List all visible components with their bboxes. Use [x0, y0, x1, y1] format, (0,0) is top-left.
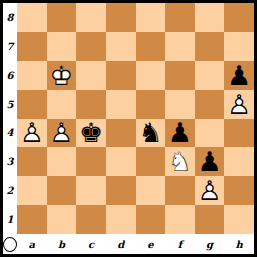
square-c6[interactable]	[76, 61, 106, 90]
black-pawn-f4[interactable]: ♟	[165, 119, 195, 148]
white-pawn-outline: ♙	[195, 176, 225, 205]
square-a1[interactable]	[17, 205, 47, 234]
black-pawn-h6[interactable]: ♟	[224, 61, 254, 90]
file-label-g: g	[195, 234, 225, 254]
white-king-b6[interactable]: ♚♔	[47, 61, 77, 90]
square-h1[interactable]	[224, 205, 254, 234]
file-label-h: h	[224, 234, 254, 254]
black-pawn-glyph: ♟	[195, 147, 225, 176]
white-king-outline: ♔	[47, 61, 77, 90]
rank-label-2: 2	[3, 176, 17, 205]
square-b1[interactable]	[47, 205, 77, 234]
square-f8[interactable]	[165, 3, 195, 32]
square-d6[interactable]	[106, 61, 136, 90]
square-b2[interactable]	[47, 176, 77, 205]
chess-board: ♚♔♟♟♙♟♙♟♙♚♞♟♞♘♟♟♙	[17, 3, 254, 234]
square-e1[interactable]	[136, 205, 166, 234]
file-label-b: b	[47, 234, 77, 254]
black-king-c4[interactable]: ♚	[76, 119, 106, 148]
square-c8[interactable]	[76, 3, 106, 32]
square-h4[interactable]	[224, 119, 254, 148]
black-knight-glyph: ♞	[136, 119, 166, 148]
file-label-f: f	[165, 234, 195, 254]
square-e2[interactable]	[136, 176, 166, 205]
square-f1[interactable]	[165, 205, 195, 234]
black-knight-e4[interactable]: ♞	[136, 119, 166, 148]
white-pawn-a4[interactable]: ♟♙	[17, 119, 47, 148]
white-pawn-h5[interactable]: ♟♙	[224, 90, 254, 119]
square-h3[interactable]	[224, 147, 254, 176]
square-d1[interactable]	[106, 205, 136, 234]
square-d8[interactable]	[106, 3, 136, 32]
square-g6[interactable]	[195, 61, 225, 90]
square-d4[interactable]	[106, 119, 136, 148]
rank-label-7: 7	[3, 32, 17, 61]
square-d7[interactable]	[106, 32, 136, 61]
square-f5[interactable]	[165, 90, 195, 119]
square-g8[interactable]	[195, 3, 225, 32]
square-c1[interactable]	[76, 205, 106, 234]
square-c5[interactable]	[76, 90, 106, 119]
chess-diagram: 87654321 ♚♔♟♟♙♟♙♟♙♚♞♟♞♘♟♟♙ abcdefgh	[0, 0, 257, 257]
square-c3[interactable]	[76, 147, 106, 176]
square-e5[interactable]	[136, 90, 166, 119]
square-g2[interactable]: ♟♙	[195, 176, 225, 205]
square-e7[interactable]	[136, 32, 166, 61]
rank-labels: 87654321	[3, 3, 17, 234]
square-f7[interactable]	[165, 32, 195, 61]
square-d5[interactable]	[106, 90, 136, 119]
white-knight-outline: ♘	[165, 147, 195, 176]
white-pawn-g2[interactable]: ♟♙	[195, 176, 225, 205]
file-labels: abcdefgh	[17, 234, 254, 254]
square-a7[interactable]	[17, 32, 47, 61]
square-e8[interactable]	[136, 3, 166, 32]
rank-label-6: 6	[3, 61, 17, 90]
square-f3[interactable]: ♞♘	[165, 147, 195, 176]
square-a5[interactable]	[17, 90, 47, 119]
square-h2[interactable]	[224, 176, 254, 205]
file-label-c: c	[76, 234, 106, 254]
square-a2[interactable]	[17, 176, 47, 205]
square-h6[interactable]: ♟	[224, 61, 254, 90]
rank-label-8: 8	[3, 3, 17, 32]
rank-label-4: 4	[3, 119, 17, 148]
square-a4[interactable]: ♟♙	[17, 119, 47, 148]
square-e3[interactable]	[136, 147, 166, 176]
white-to-move-circle-icon	[3, 237, 17, 252]
square-b4[interactable]: ♟♙	[47, 119, 77, 148]
square-a8[interactable]	[17, 3, 47, 32]
black-king-glyph: ♚	[76, 119, 106, 148]
square-a6[interactable]	[17, 61, 47, 90]
square-a3[interactable]	[17, 147, 47, 176]
square-h8[interactable]	[224, 3, 254, 32]
square-h7[interactable]	[224, 32, 254, 61]
square-f4[interactable]: ♟	[165, 119, 195, 148]
black-pawn-g3[interactable]: ♟	[195, 147, 225, 176]
white-pawn-b4[interactable]: ♟♙	[47, 119, 77, 148]
square-b7[interactable]	[47, 32, 77, 61]
square-e6[interactable]	[136, 61, 166, 90]
square-d2[interactable]	[106, 176, 136, 205]
black-pawn-glyph: ♟	[224, 61, 254, 90]
white-pawn-outline: ♙	[224, 90, 254, 119]
file-label-d: d	[106, 234, 136, 254]
square-c4[interactable]: ♚	[76, 119, 106, 148]
square-g7[interactable]	[195, 32, 225, 61]
square-g5[interactable]	[195, 90, 225, 119]
white-knight-f3[interactable]: ♞♘	[165, 147, 195, 176]
file-label-a: a	[17, 234, 47, 254]
square-g4[interactable]	[195, 119, 225, 148]
board-layout: 87654321 ♚♔♟♟♙♟♙♟♙♚♞♟♞♘♟♟♙ abcdefgh	[3, 3, 254, 254]
square-g3[interactable]: ♟	[195, 147, 225, 176]
black-pawn-glyph: ♟	[165, 119, 195, 148]
square-b3[interactable]	[47, 147, 77, 176]
white-pawn-outline: ♙	[47, 119, 77, 148]
square-f6[interactable]	[165, 61, 195, 90]
side-to-move-indicator	[3, 234, 17, 254]
rank-label-3: 3	[3, 147, 17, 176]
square-b8[interactable]	[47, 3, 77, 32]
square-e4[interactable]: ♞	[136, 119, 166, 148]
rank-label-5: 5	[3, 90, 17, 119]
square-b5[interactable]	[47, 90, 77, 119]
square-g1[interactable]	[195, 205, 225, 234]
rank-label-1: 1	[3, 205, 17, 234]
square-d3[interactable]	[106, 147, 136, 176]
square-c2[interactable]	[76, 176, 106, 205]
square-b6[interactable]: ♚♔	[47, 61, 77, 90]
white-pawn-outline: ♙	[17, 119, 47, 148]
file-label-e: e	[136, 234, 166, 254]
square-c7[interactable]	[76, 32, 106, 61]
square-h5[interactable]: ♟♙	[224, 90, 254, 119]
square-f2[interactable]	[165, 176, 195, 205]
